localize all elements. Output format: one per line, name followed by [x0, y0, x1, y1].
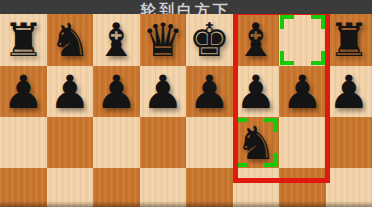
square-e7[interactable]: ♟	[186, 66, 233, 117]
square-f6[interactable]: ♞	[233, 117, 280, 168]
square-d8[interactable]: ♛	[140, 14, 187, 66]
square-a7[interactable]: ♟	[0, 66, 47, 117]
square-d5[interactable]	[140, 168, 187, 207]
square-g6[interactable]	[279, 117, 326, 168]
square-b5[interactable]	[47, 168, 94, 207]
square-c8[interactable]: ♝	[93, 14, 140, 66]
square-h7[interactable]: ♟	[326, 66, 372, 117]
square-b8[interactable]: ♞	[47, 14, 94, 66]
marker-corner-tr	[311, 15, 325, 29]
square-f5[interactable]	[233, 168, 280, 207]
square-b7[interactable]: ♟	[47, 66, 94, 117]
square-g5[interactable]	[279, 168, 326, 207]
square-b6[interactable]	[47, 117, 94, 168]
marker-corner-br	[311, 51, 325, 65]
marker-corner-bl	[280, 51, 294, 65]
black-bishop[interactable]: ♝	[235, 17, 276, 63]
black-king[interactable]: ♚	[189, 17, 230, 63]
square-g8[interactable]	[279, 14, 326, 66]
chess-board[interactable]: ♜♞♝♛♚♝♜♟♟♟♟♟♟♟♟♞	[0, 14, 372, 207]
square-a6[interactable]	[0, 117, 47, 168]
status-bar: 轮到白方下	[0, 0, 372, 14]
turn-indicator-text: 轮到白方下	[141, 1, 231, 14]
square-h5[interactable]	[326, 168, 372, 207]
black-pawn[interactable]: ♟	[282, 69, 323, 115]
square-e5[interactable]	[186, 168, 233, 207]
square-f7[interactable]: ♟	[233, 66, 280, 117]
last-move-marker-g8	[280, 15, 325, 65]
square-g7[interactable]: ♟	[279, 66, 326, 117]
black-knight[interactable]: ♞	[235, 120, 276, 166]
square-e6[interactable]	[186, 117, 233, 168]
black-pawn[interactable]: ♟	[49, 69, 90, 115]
black-rook[interactable]: ♜	[3, 17, 44, 63]
square-a5[interactable]	[0, 168, 47, 207]
black-knight[interactable]: ♞	[49, 17, 90, 63]
black-rook[interactable]: ♜	[328, 17, 369, 63]
square-a8[interactable]: ♜	[0, 14, 47, 66]
black-pawn[interactable]: ♟	[189, 69, 230, 115]
square-c6[interactable]	[93, 117, 140, 168]
black-pawn[interactable]: ♟	[235, 69, 276, 115]
black-pawn[interactable]: ♟	[142, 69, 183, 115]
marker-corner-tl	[280, 15, 294, 29]
square-h6[interactable]	[326, 117, 372, 168]
black-pawn[interactable]: ♟	[3, 69, 44, 115]
black-pawn[interactable]: ♟	[328, 69, 369, 115]
square-d7[interactable]: ♟	[140, 66, 187, 117]
square-f8[interactable]: ♝	[233, 14, 280, 66]
black-pawn[interactable]: ♟	[96, 69, 137, 115]
square-h8[interactable]: ♜	[326, 14, 372, 66]
square-c7[interactable]: ♟	[93, 66, 140, 117]
square-e8[interactable]: ♚	[186, 14, 233, 66]
chess-app-screen: 轮到白方下 ♜♞♝♛♚♝♜♟♟♟♟♟♟♟♟♞	[0, 0, 372, 207]
square-d6[interactable]	[140, 117, 187, 168]
square-c5[interactable]	[93, 168, 140, 207]
black-queen[interactable]: ♛	[142, 17, 183, 63]
black-bishop[interactable]: ♝	[96, 17, 137, 63]
